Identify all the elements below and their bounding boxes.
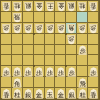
piece-silver-gote-7a[interactable]: 銀 — [24, 2, 33, 12]
square-9d[interactable] — [1, 34, 12, 45]
square-1c[interactable]: 歩 — [88, 23, 99, 34]
piece-king-gote-5a[interactable]: 王 — [46, 2, 55, 12]
square-5h[interactable] — [45, 77, 56, 88]
square-9e[interactable] — [1, 45, 12, 56]
piece-pawn-gote-3d[interactable]: 歩 — [67, 35, 76, 45]
square-3d[interactable]: 歩 — [66, 34, 77, 45]
square-1f[interactable] — [88, 55, 99, 66]
piece-pawn-sente-4g[interactable]: 歩 — [57, 67, 66, 77]
square-1g[interactable]: 歩 — [88, 66, 99, 77]
square-1a[interactable]: 香 — [88, 1, 99, 12]
square-3g[interactable]: 歩 — [66, 66, 77, 77]
piece-pawn-sente-2e[interactable]: 歩 — [78, 45, 87, 55]
square-4d[interactable] — [55, 34, 66, 45]
square-7a[interactable]: 銀 — [23, 1, 34, 12]
piece-knight-sente-8i[interactable]: 桂 — [13, 89, 22, 99]
square-6c[interactable]: 歩 — [34, 23, 45, 34]
square-3b[interactable] — [66, 12, 77, 23]
square-9a[interactable]: 香 — [1, 1, 12, 12]
piece-pawn-sente-9g[interactable]: 歩 — [2, 67, 11, 77]
square-5d[interactable] — [45, 34, 56, 45]
piece-pawn-gote-7c[interactable]: 歩 — [24, 24, 33, 34]
square-8i[interactable]: 桂 — [12, 88, 23, 99]
piece-pawn-gote-5c[interactable]: 歩 — [46, 24, 55, 34]
square-6f[interactable] — [34, 55, 45, 66]
square-8c[interactable]: 歩 — [12, 23, 23, 34]
piece-king-sente-5i[interactable]: 玉 — [46, 89, 55, 99]
piece-pawn-sente-5g[interactable]: 歩 — [46, 67, 55, 77]
square-6g[interactable]: 歩 — [34, 66, 45, 77]
piece-pawn-gote-9c[interactable]: 歩 — [2, 24, 11, 34]
square-9c[interactable]: 歩 — [1, 23, 12, 34]
square-5b[interactable] — [45, 12, 56, 23]
square-7d[interactable] — [23, 34, 34, 45]
piece-lance-sente-9i[interactable]: 香 — [2, 89, 11, 99]
piece-knight-sente-2i[interactable]: 桂 — [78, 89, 87, 99]
piece-pawn-sente-8g[interactable]: 歩 — [13, 67, 22, 77]
square-2i[interactable]: 桂 — [77, 88, 88, 99]
piece-knight-gote-8a[interactable]: 桂 — [13, 2, 22, 12]
piece-pawn-sente-3g[interactable]: 歩 — [67, 67, 76, 77]
piece-gold-gote-4a[interactable]: 金 — [57, 2, 66, 12]
square-8e[interactable] — [12, 45, 23, 56]
piece-lance-sente-1i[interactable]: 香 — [89, 89, 98, 99]
square-1e[interactable] — [88, 45, 99, 56]
square-4e[interactable] — [55, 45, 66, 56]
square-9f[interactable] — [1, 55, 12, 66]
square-6h[interactable] — [34, 77, 45, 88]
square-4b[interactable] — [55, 12, 66, 23]
hoshi-dot — [65, 65, 67, 67]
piece-silver-sente-7i[interactable]: 銀 — [24, 89, 33, 99]
square-1h[interactable] — [88, 77, 99, 88]
square-4a[interactable]: 金 — [55, 1, 66, 12]
square-3e[interactable] — [66, 45, 77, 56]
square-6d[interactable] — [34, 34, 45, 45]
piece-pawn-gote-2c[interactable]: 歩 — [78, 24, 87, 34]
square-5g[interactable]: 歩 — [45, 66, 56, 77]
piece-rook-gote-8b[interactable]: 飛 — [13, 13, 22, 23]
square-6b[interactable] — [34, 12, 45, 23]
square-2a[interactable]: 桂 — [77, 1, 88, 12]
square-3a[interactable]: 銀 — [66, 1, 77, 12]
square-9i[interactable]: 香 — [1, 88, 12, 99]
piece-pawn-gote-1c[interactable]: 歩 — [89, 24, 98, 34]
piece-gold-sente-6i[interactable]: 金 — [35, 89, 44, 99]
square-2g[interactable] — [77, 66, 88, 77]
square-9b[interactable] — [1, 12, 12, 23]
piece-pawn-sente-6g[interactable]: 歩 — [35, 67, 44, 77]
square-7h[interactable] — [23, 77, 34, 88]
piece-pawn-sente-1g[interactable]: 歩 — [89, 67, 98, 77]
square-6a[interactable]: 金 — [34, 1, 45, 12]
square-5c[interactable]: 歩 — [45, 23, 56, 34]
piece-bishop-gote-3c[interactable]: 角 — [67, 24, 76, 34]
piece-silver-sente-3i[interactable]: 銀 — [67, 89, 76, 99]
square-5e[interactable] — [45, 45, 56, 56]
piece-gold-sente-4i[interactable]: 金 — [57, 89, 66, 99]
piece-bishop-sente-8h[interactable]: 角 — [13, 78, 22, 88]
square-2h[interactable]: 飛 — [77, 77, 88, 88]
hoshi-dot — [33, 65, 35, 67]
piece-silver-gote-3a[interactable]: 銀 — [67, 2, 76, 12]
piece-knight-gote-2a[interactable]: 桂 — [78, 2, 87, 12]
piece-lance-gote-9a[interactable]: 香 — [2, 2, 11, 12]
square-8a[interactable]: 桂 — [12, 1, 23, 12]
square-5f[interactable] — [45, 55, 56, 66]
square-2d[interactable] — [77, 34, 88, 45]
square-7b[interactable] — [23, 12, 34, 23]
square-9h[interactable] — [1, 77, 12, 88]
shogi-board: 香桂銀金王金銀桂香飛歩歩歩歩歩歩角歩歩歩歩歩歩歩歩歩歩歩歩角飛香桂銀金玉金銀桂香 — [0, 0, 100, 100]
square-2f[interactable] — [77, 55, 88, 66]
square-3i[interactable]: 銀 — [66, 88, 77, 99]
hoshi-dot — [65, 33, 67, 35]
square-7i[interactable]: 銀 — [23, 88, 34, 99]
square-6i[interactable]: 金 — [34, 88, 45, 99]
square-4g[interactable]: 歩 — [55, 66, 66, 77]
square-3c[interactable]: 角 — [66, 23, 77, 34]
hoshi-dot — [33, 33, 35, 35]
square-1i[interactable]: 香 — [88, 88, 99, 99]
square-3f[interactable] — [66, 55, 77, 66]
square-8f[interactable] — [12, 55, 23, 66]
piece-pawn-gote-4c[interactable]: 歩 — [57, 24, 66, 34]
square-5a[interactable]: 王 — [45, 1, 56, 12]
square-4i[interactable]: 金 — [55, 88, 66, 99]
square-8h[interactable]: 角 — [12, 77, 23, 88]
square-7g[interactable]: 歩 — [23, 66, 34, 77]
square-3h[interactable] — [66, 77, 77, 88]
square-9g[interactable]: 歩 — [1, 66, 12, 77]
square-2b[interactable] — [77, 12, 88, 23]
piece-pawn-sente-7g[interactable]: 歩 — [24, 67, 33, 77]
square-4h[interactable] — [55, 77, 66, 88]
square-7e[interactable] — [23, 45, 34, 56]
piece-pawn-gote-8c[interactable]: 歩 — [13, 24, 22, 34]
piece-rook-sente-2h[interactable]: 飛 — [78, 78, 87, 88]
square-1b[interactable] — [88, 12, 99, 23]
square-8g[interactable]: 歩 — [12, 66, 23, 77]
piece-lance-gote-1a[interactable]: 香 — [89, 2, 98, 12]
square-5i[interactable]: 玉 — [45, 88, 56, 99]
square-8b[interactable]: 飛 — [12, 12, 23, 23]
piece-pawn-gote-6c[interactable]: 歩 — [35, 24, 44, 34]
piece-gold-gote-6a[interactable]: 金 — [35, 2, 44, 12]
square-6e[interactable] — [34, 45, 45, 56]
square-8d[interactable] — [12, 34, 23, 45]
square-2c[interactable]: 歩 — [77, 23, 88, 34]
square-2e[interactable]: 歩 — [77, 45, 88, 56]
square-1d[interactable] — [88, 34, 99, 45]
